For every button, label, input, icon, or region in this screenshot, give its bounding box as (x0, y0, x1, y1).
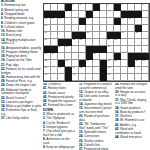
crossword-grid: 1234567891011121314151617181920212223242… (43, 3, 150, 82)
grid-cell[interactable] (51, 67, 58, 74)
cell-number: 1 (44, 4, 45, 7)
clue-item: 9. Keep an obliging eye on (43, 146, 77, 150)
grid-cell[interactable] (58, 25, 65, 32)
black-cell (128, 53, 135, 60)
cell-number: 2 (72, 4, 73, 7)
across-clue-list: 1. Hammering tool2. Mineral spring site4… (1, 4, 42, 120)
black-cell (114, 4, 121, 11)
grid-cell[interactable] (128, 74, 135, 81)
cell-number: 5 (107, 4, 108, 7)
grid-cell[interactable] (93, 18, 100, 25)
grid-cell[interactable]: 2 (72, 4, 79, 11)
grid-cell[interactable]: 5 (107, 4, 114, 11)
grid-cell[interactable]: 47 (107, 74, 114, 81)
cell-number: 4 (100, 4, 101, 7)
grid-cell[interactable]: 15 (128, 18, 135, 25)
grid-cell[interactable]: 11 (51, 18, 58, 25)
grid-cell[interactable] (93, 39, 100, 46)
black-cell (100, 74, 107, 81)
grid-cell[interactable] (142, 25, 149, 32)
cell-number: 6 (121, 4, 122, 7)
grid-cell[interactable] (93, 60, 100, 67)
grid-cell[interactable]: 1 (44, 4, 51, 11)
cell-number: 29 (44, 53, 47, 56)
grid-cell[interactable]: 21 (44, 39, 51, 46)
cell-number: 11 (51, 18, 53, 21)
cell-number: 18 (86, 32, 89, 35)
cell-number: 36 (114, 60, 117, 63)
cell-number: 7 (142, 4, 143, 7)
grid-cell[interactable] (107, 11, 114, 18)
cell-number: 35 (107, 60, 110, 63)
black-cell (100, 46, 107, 53)
grid-cell[interactable] (58, 53, 65, 60)
cell-number: 12 (58, 18, 61, 21)
grid-cell[interactable] (72, 53, 79, 60)
grid-cell[interactable] (51, 60, 58, 67)
grid-cell[interactable] (51, 74, 58, 81)
grid-cell[interactable] (79, 11, 86, 18)
grid-cell[interactable] (114, 67, 121, 74)
grid-cell[interactable] (135, 4, 142, 11)
grid-cell[interactable] (142, 46, 149, 53)
grid-cell[interactable] (79, 46, 86, 53)
grid-cell[interactable]: 40 (58, 67, 65, 74)
cell-number: 40 (58, 67, 61, 70)
grid-cell[interactable] (114, 46, 121, 53)
cell-number: 33 (65, 60, 68, 63)
grid-cell[interactable]: 33 (65, 60, 72, 67)
cell-number: 19 (121, 32, 124, 35)
black-cell (86, 46, 93, 53)
grid-cell[interactable] (128, 39, 135, 46)
grid-cell[interactable] (135, 18, 142, 25)
grid-cell[interactable] (114, 25, 121, 32)
clue-item: 44. Wood trim piece (115, 136, 149, 140)
grid-cell[interactable] (135, 46, 142, 53)
cell-number: 16 (44, 25, 47, 28)
cell-number: 22 (72, 39, 75, 42)
grid-cell[interactable] (135, 39, 142, 46)
grid-cell[interactable] (142, 18, 149, 25)
grid-cell[interactable] (86, 67, 93, 74)
grid-cell[interactable] (121, 60, 128, 67)
grid-cell[interactable] (79, 25, 86, 32)
grid-cell[interactable] (86, 39, 93, 46)
grid-cell[interactable] (58, 32, 65, 39)
grid-cell[interactable] (58, 74, 65, 81)
grid-cell[interactable]: 14 (121, 18, 128, 25)
across-clue-column: ACROSS 1. Hammering tool2. Mineral sprin… (1, 0, 42, 149)
grid-cell[interactable]: 4 (100, 4, 107, 11)
cell-number: 44 (128, 67, 131, 70)
black-cell (100, 60, 107, 67)
grid-cell[interactable] (100, 11, 107, 18)
grid-cell[interactable] (135, 74, 142, 81)
grid-cell[interactable]: 42 (79, 67, 86, 74)
grid-cell[interactable] (72, 18, 79, 25)
cell-number: 30 (51, 53, 54, 56)
grid-cell[interactable] (79, 53, 86, 60)
clue-column-3: 29. Follows the cottages amid the lane30… (115, 83, 149, 150)
grid-cell[interactable]: 46 (72, 74, 79, 81)
grid-cell[interactable] (114, 74, 121, 81)
clue-item: 31. Was T-birds singing in a 1982 film (115, 99, 149, 106)
cell-number: 14 (121, 18, 124, 21)
grid-cell[interactable]: 19 (121, 32, 128, 39)
clue-column-2: 11. Fingered in a famous cassette commer… (79, 83, 113, 150)
grid-cell[interactable]: 12 (58, 18, 65, 25)
grid-cell[interactable] (107, 18, 114, 25)
grid-cell[interactable] (93, 74, 100, 81)
cell-number: 34 (86, 60, 89, 63)
grid-cell[interactable] (51, 32, 58, 39)
grid-cell[interactable]: 28 (107, 46, 114, 53)
grid-cell[interactable]: 13 (86, 18, 93, 25)
grid-cell[interactable] (100, 53, 107, 60)
clue-item: 27. Pronounced anew (79, 148, 113, 150)
grid-cell[interactable] (100, 25, 107, 32)
grid-cell[interactable]: 6 (121, 4, 128, 11)
grid-cell[interactable] (121, 74, 128, 81)
cell-number: 10 (44, 18, 47, 21)
cell-number: 31 (93, 53, 96, 56)
grid-cell[interactable]: 3 (79, 4, 86, 11)
cell-number: 9 (93, 11, 94, 14)
cell-number: 45 (44, 74, 47, 77)
grid-cell[interactable]: 34 (86, 60, 93, 67)
black-cell (65, 74, 72, 81)
clue-item: 14. Reading multiplication tables 4-3 (1, 39, 42, 46)
clue-item: 31. Elaborate hairdo in someone's backya… (1, 89, 42, 96)
cell-number: 24 (107, 39, 110, 42)
grid-cell[interactable]: 18 (86, 32, 93, 39)
grid-cell[interactable]: 26 (58, 46, 65, 53)
grid-cell[interactable]: 20 (135, 32, 142, 39)
grid-cell[interactable] (107, 25, 114, 32)
grid-cell[interactable] (128, 32, 135, 39)
grid-cell[interactable] (72, 11, 79, 18)
cell-number: 21 (44, 39, 47, 42)
cell-number: 23 (79, 39, 82, 42)
grid-cell[interactable] (100, 39, 107, 46)
black-cell (79, 18, 86, 25)
grid-cell[interactable] (142, 67, 149, 74)
grid-cell[interactable] (121, 53, 128, 60)
grid-cell[interactable]: 30 (51, 53, 58, 60)
grid-cell[interactable] (51, 25, 58, 32)
cell-number: 46 (72, 74, 75, 77)
black-cell (100, 67, 107, 74)
grid-cell[interactable] (65, 18, 72, 25)
clue-item: 30. Hoagie on account, in a way (115, 91, 149, 98)
grid-cell[interactable]: 8 (65, 11, 72, 18)
grid-cell[interactable]: 38 (142, 60, 149, 67)
cell-number: 42 (79, 67, 82, 70)
grid-cell[interactable] (142, 32, 149, 39)
grid-cell[interactable]: 23 (79, 39, 86, 46)
grid-cell[interactable] (65, 32, 72, 39)
cell-number: 37 (135, 60, 138, 63)
grid-cell[interactable] (128, 25, 135, 32)
cell-number: 27 (65, 46, 68, 49)
grid-cell[interactable]: 7 (142, 4, 149, 11)
grid-cell[interactable]: 31 (93, 53, 100, 60)
grid-cell[interactable] (121, 39, 128, 46)
printable-crossword-page: { "game": "crossword", "page_title": "Cr… (0, 0, 150, 150)
grid-cell[interactable] (58, 4, 65, 11)
cell-number: 3 (79, 4, 80, 7)
clue-column-1: 39. Ceramics41. Hockey fakes43. Grape sa… (43, 83, 77, 150)
cell-number: 13 (86, 18, 89, 21)
grid-cell[interactable] (100, 18, 107, 25)
black-cell (135, 11, 142, 18)
grid-cell[interactable] (128, 46, 135, 53)
grid-cell[interactable] (86, 74, 93, 81)
cell-number: 32 (44, 60, 47, 63)
cell-number: 17 (44, 32, 47, 35)
grid-cell[interactable] (65, 25, 72, 32)
grid-cell[interactable] (114, 11, 121, 18)
grid-cell[interactable]: 36 (114, 60, 121, 67)
grid-cell[interactable]: 44 (128, 67, 135, 74)
cell-number: 25 (114, 39, 117, 42)
grid-cell[interactable] (93, 32, 100, 39)
black-cell (114, 18, 121, 25)
cell-number: 15 (128, 18, 131, 21)
grid-cell[interactable] (142, 11, 149, 18)
grid-cell[interactable] (79, 74, 86, 81)
grid-cell[interactable] (93, 25, 100, 32)
cell-number: 43 (107, 67, 110, 70)
cell-number: 39 (44, 67, 47, 70)
grid-cell[interactable] (86, 4, 93, 11)
bottom-clue-area: 39. Ceramics41. Hockey fakes43. Grape sa… (43, 83, 149, 150)
cell-number: 41 (72, 67, 75, 70)
grid-cell[interactable] (51, 4, 58, 11)
cell-number: 47 (107, 74, 110, 77)
grid-cell[interactable]: 25 (114, 39, 121, 46)
grid-cell[interactable]: 22 (72, 39, 79, 46)
cell-number: 20 (135, 32, 138, 35)
grid-cell[interactable] (121, 67, 128, 74)
cell-number: 26 (58, 46, 61, 49)
grid-cell[interactable] (72, 25, 79, 32)
grid-cell[interactable]: 27 (65, 46, 72, 53)
grid-cell[interactable] (135, 67, 142, 74)
black-cell (65, 67, 72, 74)
clue-item: 37. Like funky violets (1, 117, 42, 121)
grid-cell[interactable]: 37 (135, 60, 142, 67)
grid-cell[interactable] (100, 32, 107, 39)
cell-number: 8 (65, 11, 66, 14)
grid-cell[interactable] (51, 39, 58, 46)
grid-cell[interactable] (128, 4, 135, 11)
grid-cell[interactable] (72, 46, 79, 53)
grid-cell[interactable]: 9 (93, 11, 100, 18)
grid-cell[interactable] (121, 46, 128, 53)
grid-cell[interactable] (142, 39, 149, 46)
grid-cell[interactable] (93, 67, 100, 74)
cell-number: 38 (142, 60, 145, 63)
cell-number: 28 (107, 46, 110, 49)
grid-cell[interactable]: 45 (44, 74, 51, 81)
grid-cell[interactable] (142, 74, 149, 81)
